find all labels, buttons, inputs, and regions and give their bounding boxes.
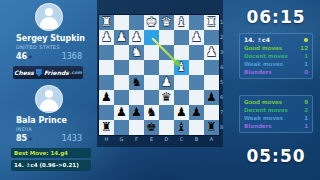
stats-row-label: Weak moves — [244, 114, 283, 122]
star-icon: ★ — [27, 135, 33, 143]
square-a2[interactable] — [204, 30, 219, 45]
black-queen: ♛ — [161, 90, 172, 105]
square-e5[interactable] — [144, 75, 159, 90]
white-bishop: ♝ — [176, 60, 187, 75]
stats-row: Good moves9 — [244, 98, 308, 106]
stats-row-value: 12 — [300, 44, 308, 52]
square-g5[interactable] — [114, 75, 129, 90]
stats-row: Weak moves1 — [244, 114, 308, 122]
white-queen: ♛ — [161, 15, 172, 30]
stats-row-value: 1 — [304, 60, 308, 68]
black-rook: ♜ — [206, 120, 217, 135]
square-c8[interactable]: ♝ — [174, 120, 189, 135]
rank-label: 7 — [220, 105, 223, 120]
square-b3[interactable] — [189, 45, 204, 60]
file-label: A — [204, 136, 219, 142]
stats-row-label: Good moves — [244, 44, 282, 52]
rank-label: 5 — [220, 75, 223, 90]
best-move-box: Best Move: 14.g4 — [11, 148, 91, 158]
black-player-rating: 1433 — [62, 134, 82, 143]
square-f3[interactable]: ♞ — [129, 45, 144, 60]
file-label: C — [174, 136, 189, 142]
square-d2[interactable] — [159, 30, 174, 45]
white-player-country: UNITED STATES — [16, 44, 94, 50]
square-c4[interactable]: ♝ — [174, 60, 189, 75]
black-king: ♚ — [146, 120, 157, 135]
white-rook: ♜ — [206, 15, 217, 30]
stats-row-label: Blunders — [244, 68, 272, 76]
avatar-body-shape — [40, 17, 58, 29]
square-a1[interactable]: ♜ — [204, 15, 219, 30]
white-pawn: ♟ — [206, 45, 217, 60]
square-e7[interactable]: ♞ — [144, 105, 159, 120]
white-king: ♚ — [146, 15, 157, 30]
white-pawn: ♟ — [161, 75, 172, 90]
square-h3[interactable] — [99, 45, 114, 60]
square-d1[interactable]: ♛ — [159, 15, 174, 30]
square-f4[interactable] — [129, 60, 144, 75]
stats-row-value: 1 — [304, 114, 308, 122]
avatar-head-shape — [45, 90, 53, 98]
square-d7[interactable] — [159, 105, 174, 120]
square-a6[interactable]: ♟ — [204, 90, 219, 105]
square-f2[interactable]: ♟ — [129, 30, 144, 45]
square-d3[interactable] — [159, 45, 174, 60]
square-g7[interactable]: ♟ — [114, 105, 129, 120]
square-h4[interactable] — [99, 60, 114, 75]
chess-analysis-screen: Sergey Stupkin UNITED STATES 46★ 1368 Ch… — [0, 0, 320, 180]
white-pawn: ♟ — [131, 30, 142, 45]
move-eval-label: 14. ♗c4 (0.96->0.21) — [14, 162, 88, 169]
square-h2[interactable]: ♟ — [99, 30, 114, 45]
white-player-stars: 46★ — [16, 52, 33, 61]
square-b8[interactable] — [189, 120, 204, 135]
square-c6[interactable] — [174, 90, 189, 105]
file-label: H — [99, 136, 114, 142]
stats-row-label: Good moves — [244, 98, 282, 106]
black-pawn: ♟ — [116, 105, 127, 120]
stats-row-label: Weak moves — [244, 60, 283, 68]
square-g3[interactable] — [114, 45, 129, 60]
square-a4[interactable] — [204, 60, 219, 75]
stats-row-label: Blunders — [244, 122, 272, 130]
move-quality-dot — [304, 38, 308, 42]
square-a8[interactable]: ♜ — [204, 120, 219, 135]
rank-label: 8 — [220, 120, 223, 135]
square-g4[interactable] — [114, 60, 129, 75]
square-e8[interactable]: ♚ — [144, 120, 159, 135]
square-h5[interactable] — [99, 75, 114, 90]
rank-label: 6 — [220, 90, 223, 105]
square-d4[interactable] — [159, 60, 174, 75]
board-panel: ♜♚♛♝♜♟♟♟♟♞♟♝♞♟♟♛♟♟♟♞♟♟♜♚♝♜ HGFEDCBA 1234… — [97, 0, 223, 147]
stats-row-label: Decent moves — [244, 52, 288, 60]
square-a7[interactable] — [204, 105, 219, 120]
white-avatar — [35, 3, 63, 31]
last-move-header: 14. ♗c4 — [244, 36, 270, 43]
shield-icon — [36, 69, 42, 77]
player-card-black[interactable]: Bala Prince INDIA 85★ 1433 — [4, 85, 94, 143]
stats-row: Good moves12 — [244, 44, 308, 52]
square-d6[interactable]: ♛ — [159, 90, 174, 105]
white-player-rating: 1368 — [62, 52, 82, 61]
black-knight: ♞ — [131, 75, 142, 90]
stats-row: Blunders1 — [244, 122, 308, 130]
chess-board: ♜♚♛♝♜♟♟♟♟♞♟♝♞♟♟♛♟♟♟♞♟♟♜♚♝♜ — [99, 15, 219, 135]
black-pawn: ♟ — [191, 105, 202, 120]
square-e3[interactable] — [144, 45, 159, 60]
logo-text-left: Chess — [14, 69, 34, 76]
black-player-name: Bala Prince — [16, 116, 94, 125]
move-eval-box: 14. ♗c4 (0.96->0.21) — [11, 160, 91, 171]
stats-row-value: 1 — [304, 52, 308, 60]
file-label: B — [189, 136, 204, 142]
stats-row: Blunders0 — [244, 68, 308, 76]
file-labels: HGFEDCBA — [99, 136, 219, 142]
black-pawn: ♟ — [206, 90, 217, 105]
black-pawn: ♟ — [131, 105, 142, 120]
stats-row-label: Decent moves — [244, 106, 288, 114]
square-f1[interactable] — [129, 15, 144, 30]
square-g2[interactable]: ♟ — [114, 30, 129, 45]
square-d8[interactable] — [159, 120, 174, 135]
white-stats-box: 14. ♗c4 Good moves12Decent moves1Weak mo… — [239, 33, 313, 79]
square-g8[interactable] — [114, 120, 129, 135]
square-d5[interactable]: ♟ — [159, 75, 174, 90]
logo-text-right: Friends — [44, 69, 69, 76]
best-move-label: Best Move: 14.g4 — [14, 150, 88, 156]
black-player-stars: 85★ — [16, 134, 33, 143]
square-h7[interactable] — [99, 105, 114, 120]
avatar-body-shape — [40, 99, 58, 111]
square-f5[interactable]: ♞ — [129, 75, 144, 90]
player-card-white[interactable]: Sergey Stupkin UNITED STATES 46★ 1368 — [4, 3, 94, 61]
rank-label: 3 — [220, 45, 223, 60]
stats-row: Decent moves1 — [244, 52, 308, 60]
square-g1[interactable] — [114, 15, 129, 30]
black-pawn: ♟ — [176, 105, 187, 120]
white-knight: ♞ — [131, 45, 142, 60]
star-icon: ★ — [27, 53, 33, 61]
white-pawn: ♟ — [116, 30, 127, 45]
square-b1[interactable] — [189, 15, 204, 30]
white-player-name: Sergey Stupkin — [16, 34, 94, 43]
file-label: E — [144, 136, 159, 142]
logo-suffix: .com — [70, 70, 82, 75]
white-clock: 06:15 — [238, 7, 314, 27]
square-e2[interactable] — [144, 30, 159, 45]
black-stats-box: Good moves9Decent moves2Weak moves1Blund… — [239, 95, 313, 133]
stats-row: Decent moves2 — [244, 106, 308, 114]
white-pawn: ♟ — [191, 30, 202, 45]
stats-row-value: 0 — [304, 68, 308, 76]
file-label: G — [114, 136, 129, 142]
square-e1[interactable]: ♚ — [144, 15, 159, 30]
black-clock: 05:50 — [238, 146, 314, 166]
square-e4[interactable] — [144, 60, 159, 75]
square-f6[interactable] — [129, 90, 144, 105]
square-a3[interactable]: ♟ — [204, 45, 219, 60]
square-a5[interactable] — [204, 75, 219, 90]
file-label: D — [159, 136, 174, 142]
black-player-country: INDIA — [16, 126, 94, 132]
square-b5[interactable] — [189, 75, 204, 90]
rank-label: 4 — [220, 60, 223, 75]
stats-row: Weak moves1 — [244, 60, 308, 68]
square-b4[interactable] — [189, 60, 204, 75]
black-avatar — [35, 85, 63, 113]
square-h8[interactable]: ♜ — [99, 120, 114, 135]
chessfriends-logo[interactable]: Chess Friends .com — [13, 66, 83, 79]
file-label: F — [129, 136, 144, 142]
square-c3[interactable] — [174, 45, 189, 60]
square-e6[interactable] — [144, 90, 159, 105]
square-h6[interactable]: ♟ — [99, 90, 114, 105]
black-bishop: ♝ — [176, 120, 187, 135]
stats-row-value: 2 — [304, 106, 308, 114]
rank-labels: 12345678 — [220, 15, 223, 135]
rank-label: 1 — [220, 15, 223, 30]
square-c1[interactable]: ♝ — [174, 15, 189, 30]
white-pawn: ♟ — [101, 30, 112, 45]
square-c7[interactable]: ♟ — [174, 105, 189, 120]
avatar-head-shape — [45, 8, 53, 16]
black-knight: ♞ — [146, 105, 157, 120]
black-rook: ♜ — [101, 120, 112, 135]
square-g6[interactable] — [114, 90, 129, 105]
square-c5[interactable] — [174, 75, 189, 90]
stats-row-value: 1 — [304, 122, 308, 130]
square-f8[interactable] — [129, 120, 144, 135]
square-b7[interactable]: ♟ — [189, 105, 204, 120]
square-f7[interactable]: ♟ — [129, 105, 144, 120]
white-bishop: ♝ — [176, 15, 187, 30]
square-c2[interactable] — [174, 30, 189, 45]
white-rook: ♜ — [101, 15, 112, 30]
square-b6[interactable] — [189, 90, 204, 105]
square-b2[interactable]: ♟ — [189, 30, 204, 45]
stats-row-value: 9 — [304, 98, 308, 106]
rank-label: 2 — [220, 30, 223, 45]
square-h1[interactable]: ♜ — [99, 15, 114, 30]
black-pawn: ♟ — [101, 90, 112, 105]
